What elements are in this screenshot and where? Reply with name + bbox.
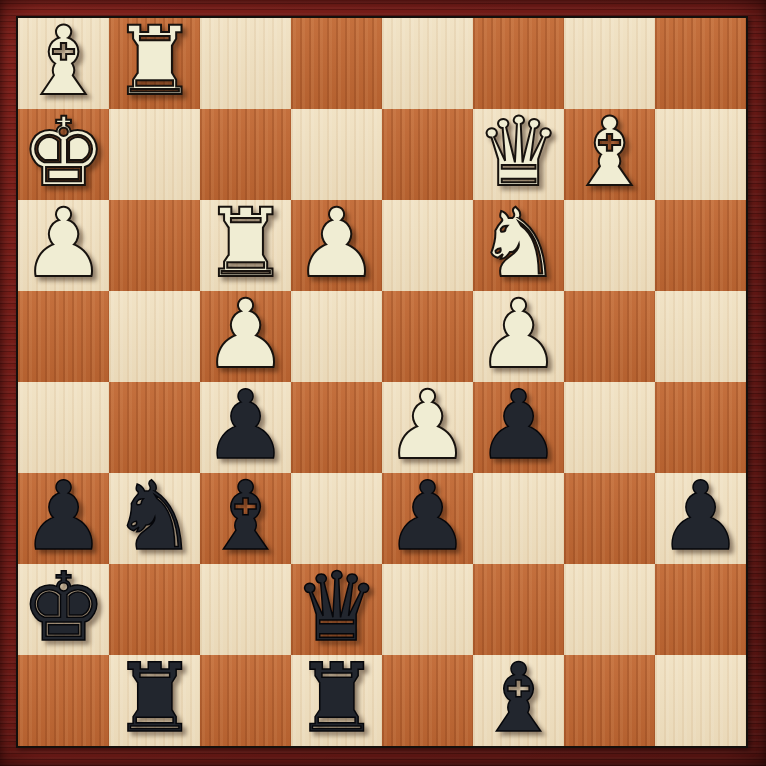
square-g6[interactable] — [564, 200, 655, 291]
piece-white-bishop-g7[interactable]: ♝ — [564, 109, 655, 200]
square-d7[interactable] — [291, 109, 382, 200]
square-f5[interactable]: ♟ — [473, 291, 564, 382]
square-b2[interactable] — [109, 564, 200, 655]
chess-board[interactable]: ♝♜♚♛♝♟♜♟♞♟♟♟♟♟♟♞♝♟♟♚♛♜♜♝ — [16, 16, 748, 748]
square-h5[interactable] — [655, 291, 746, 382]
square-a7[interactable]: ♚ — [18, 109, 109, 200]
piece-black-bishop-c3[interactable]: ♝ — [200, 473, 291, 564]
square-e7[interactable] — [382, 109, 473, 200]
piece-white-king-a7[interactable]: ♚ — [18, 109, 109, 200]
piece-white-pawn-c5[interactable]: ♟ — [200, 291, 291, 382]
square-h1[interactable] — [655, 655, 746, 746]
square-a8[interactable]: ♝ — [18, 18, 109, 109]
square-c8[interactable] — [200, 18, 291, 109]
square-h4[interactable] — [655, 382, 746, 473]
square-a3[interactable]: ♟ — [18, 473, 109, 564]
square-e1[interactable] — [382, 655, 473, 746]
square-b5[interactable] — [109, 291, 200, 382]
square-h8[interactable] — [655, 18, 746, 109]
square-b3[interactable]: ♞ — [109, 473, 200, 564]
piece-white-queen-f7[interactable]: ♛ — [473, 109, 564, 200]
square-g4[interactable] — [564, 382, 655, 473]
square-g8[interactable] — [564, 18, 655, 109]
piece-white-pawn-f5[interactable]: ♟ — [473, 291, 564, 382]
square-b1[interactable]: ♜ — [109, 655, 200, 746]
square-f1[interactable]: ♝ — [473, 655, 564, 746]
square-g2[interactable] — [564, 564, 655, 655]
square-e6[interactable] — [382, 200, 473, 291]
piece-black-queen-d2[interactable]: ♛ — [291, 564, 382, 655]
square-b7[interactable] — [109, 109, 200, 200]
square-f3[interactable] — [473, 473, 564, 564]
piece-white-pawn-d6[interactable]: ♟ — [291, 200, 382, 291]
square-c5[interactable]: ♟ — [200, 291, 291, 382]
square-f4[interactable]: ♟ — [473, 382, 564, 473]
square-c7[interactable] — [200, 109, 291, 200]
piece-black-pawn-a3[interactable]: ♟ — [18, 473, 109, 564]
square-d8[interactable] — [291, 18, 382, 109]
square-f7[interactable]: ♛ — [473, 109, 564, 200]
square-a6[interactable]: ♟ — [18, 200, 109, 291]
square-c6[interactable]: ♜ — [200, 200, 291, 291]
square-e5[interactable] — [382, 291, 473, 382]
square-a4[interactable] — [18, 382, 109, 473]
square-d2[interactable]: ♛ — [291, 564, 382, 655]
piece-black-bishop-f1[interactable]: ♝ — [473, 655, 564, 746]
square-g1[interactable] — [564, 655, 655, 746]
square-b4[interactable] — [109, 382, 200, 473]
square-d1[interactable]: ♜ — [291, 655, 382, 746]
square-e4[interactable]: ♟ — [382, 382, 473, 473]
square-h6[interactable] — [655, 200, 746, 291]
square-e2[interactable] — [382, 564, 473, 655]
piece-white-pawn-e4[interactable]: ♟ — [382, 382, 473, 473]
square-e8[interactable] — [382, 18, 473, 109]
square-b8[interactable]: ♜ — [109, 18, 200, 109]
square-h7[interactable] — [655, 109, 746, 200]
square-d4[interactable] — [291, 382, 382, 473]
piece-white-bishop-a8[interactable]: ♝ — [18, 18, 109, 109]
square-g3[interactable] — [564, 473, 655, 564]
square-e3[interactable]: ♟ — [382, 473, 473, 564]
square-c1[interactable] — [200, 655, 291, 746]
square-b6[interactable] — [109, 200, 200, 291]
piece-black-pawn-h3[interactable]: ♟ — [655, 473, 746, 564]
piece-white-rook-b8[interactable]: ♜ — [109, 18, 200, 109]
square-g5[interactable] — [564, 291, 655, 382]
square-d5[interactable] — [291, 291, 382, 382]
piece-black-king-a2[interactable]: ♚ — [18, 564, 109, 655]
piece-black-rook-d1[interactable]: ♜ — [291, 655, 382, 746]
piece-white-rook-c6[interactable]: ♜ — [200, 200, 291, 291]
square-c3[interactable]: ♝ — [200, 473, 291, 564]
square-h2[interactable] — [655, 564, 746, 655]
square-a5[interactable] — [18, 291, 109, 382]
square-a1[interactable] — [18, 655, 109, 746]
square-f2[interactable] — [473, 564, 564, 655]
piece-black-pawn-c4[interactable]: ♟ — [200, 382, 291, 473]
piece-white-knight-f6[interactable]: ♞ — [473, 200, 564, 291]
chess-diagram: ♝♜♚♛♝♟♜♟♞♟♟♟♟♟♟♞♝♟♟♚♛♜♜♝ — [0, 0, 766, 766]
piece-black-pawn-e3[interactable]: ♟ — [382, 473, 473, 564]
piece-black-pawn-f4[interactable]: ♟ — [473, 382, 564, 473]
square-g7[interactable]: ♝ — [564, 109, 655, 200]
piece-white-pawn-a6[interactable]: ♟ — [18, 200, 109, 291]
square-h3[interactable]: ♟ — [655, 473, 746, 564]
square-d3[interactable] — [291, 473, 382, 564]
square-f8[interactable] — [473, 18, 564, 109]
square-c4[interactable]: ♟ — [200, 382, 291, 473]
square-a2[interactable]: ♚ — [18, 564, 109, 655]
square-f6[interactable]: ♞ — [473, 200, 564, 291]
piece-black-rook-b1[interactable]: ♜ — [109, 655, 200, 746]
square-d6[interactable]: ♟ — [291, 200, 382, 291]
square-c2[interactable] — [200, 564, 291, 655]
piece-black-knight-b3[interactable]: ♞ — [109, 473, 200, 564]
